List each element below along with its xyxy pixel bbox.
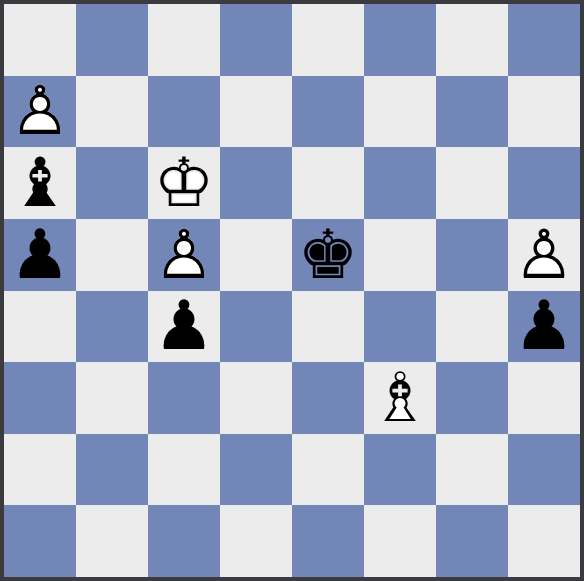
square-b6[interactable] [76,147,148,219]
black-pawn-h4[interactable]: ♟ [508,291,580,363]
square-e2[interactable] [292,434,364,506]
square-h6[interactable] [508,147,580,219]
square-b5[interactable] [76,219,148,291]
black-pawn-fill-layer: ♟ [4,219,76,291]
white-king-outline-layer: ♔ [148,147,220,219]
square-c6[interactable]: ♚♔ [148,147,220,219]
square-f6[interactable] [364,147,436,219]
white-pawn-c5[interactable]: ♟♙ [148,219,220,291]
square-h2[interactable] [508,434,580,506]
square-f3[interactable]: ♝♗ [364,362,436,434]
square-g2[interactable] [436,434,508,506]
square-e7[interactable] [292,76,364,148]
square-c2[interactable] [148,434,220,506]
square-e5[interactable]: ♚ [292,219,364,291]
square-g7[interactable] [436,76,508,148]
square-f4[interactable] [364,291,436,363]
square-a6[interactable]: ♝ [4,147,76,219]
black-pawn-fill-layer: ♟ [148,291,220,363]
square-b7[interactable] [76,76,148,148]
square-c7[interactable] [148,76,220,148]
square-h5[interactable]: ♟♙ [508,219,580,291]
square-c3[interactable] [148,362,220,434]
square-c5[interactable]: ♟♙ [148,219,220,291]
square-d2[interactable] [220,434,292,506]
square-h1[interactable] [508,505,580,577]
square-e8[interactable] [292,4,364,76]
square-d7[interactable] [220,76,292,148]
white-pawn-fill-layer: ♟ [148,219,220,291]
chess-board: ♟♙♝♚♔♟♟♙♚♟♙♟♟♝♗ [0,0,584,581]
square-d1[interactable] [220,505,292,577]
black-pawn-a5[interactable]: ♟ [4,219,76,291]
square-e6[interactable] [292,147,364,219]
square-b3[interactable] [76,362,148,434]
square-e1[interactable] [292,505,364,577]
square-d5[interactable] [220,219,292,291]
square-e3[interactable] [292,362,364,434]
square-g4[interactable] [436,291,508,363]
black-pawn-c4[interactable]: ♟ [148,291,220,363]
black-pawn-fill-layer: ♟ [508,291,580,363]
square-d8[interactable] [220,4,292,76]
square-a7[interactable]: ♟♙ [4,76,76,148]
white-pawn-outline-layer: ♙ [508,219,580,291]
white-bishop-f3[interactable]: ♝♗ [364,362,436,434]
white-pawn-fill-layer: ♟ [508,219,580,291]
square-c4[interactable]: ♟ [148,291,220,363]
chess-board-grid: ♟♙♝♚♔♟♟♙♚♟♙♟♟♝♗ [4,4,580,577]
square-f1[interactable] [364,505,436,577]
black-bishop-fill-layer: ♝ [4,147,76,219]
square-a5[interactable]: ♟ [4,219,76,291]
black-king-fill-layer: ♚ [292,219,364,291]
white-bishop-fill-layer: ♝ [364,362,436,434]
white-king-c6[interactable]: ♚♔ [148,147,220,219]
square-h4[interactable]: ♟ [508,291,580,363]
white-king-fill-layer: ♚ [148,147,220,219]
square-d3[interactable] [220,362,292,434]
square-h7[interactable] [508,76,580,148]
square-g8[interactable] [436,4,508,76]
square-g3[interactable] [436,362,508,434]
square-a4[interactable] [4,291,76,363]
square-h8[interactable] [508,4,580,76]
square-d4[interactable] [220,291,292,363]
white-pawn-outline-layer: ♙ [4,76,76,148]
square-g6[interactable] [436,147,508,219]
black-king-e5[interactable]: ♚ [292,219,364,291]
black-bishop-a6[interactable]: ♝ [4,147,76,219]
white-pawn-fill-layer: ♟ [4,76,76,148]
white-pawn-a7[interactable]: ♟♙ [4,76,76,148]
square-g1[interactable] [436,505,508,577]
square-b2[interactable] [76,434,148,506]
white-pawn-outline-layer: ♙ [148,219,220,291]
square-a3[interactable] [4,362,76,434]
square-h3[interactable] [508,362,580,434]
square-f7[interactable] [364,76,436,148]
square-b8[interactable] [76,4,148,76]
square-g5[interactable] [436,219,508,291]
square-e4[interactable] [292,291,364,363]
square-f2[interactable] [364,434,436,506]
square-b1[interactable] [76,505,148,577]
square-a8[interactable] [4,4,76,76]
square-b4[interactable] [76,291,148,363]
white-bishop-outline-layer: ♗ [364,362,436,434]
square-f5[interactable] [364,219,436,291]
square-a2[interactable] [4,434,76,506]
square-c8[interactable] [148,4,220,76]
square-d6[interactable] [220,147,292,219]
square-a1[interactable] [4,505,76,577]
white-pawn-h5[interactable]: ♟♙ [508,219,580,291]
square-c1[interactable] [148,505,220,577]
square-f8[interactable] [364,4,436,76]
